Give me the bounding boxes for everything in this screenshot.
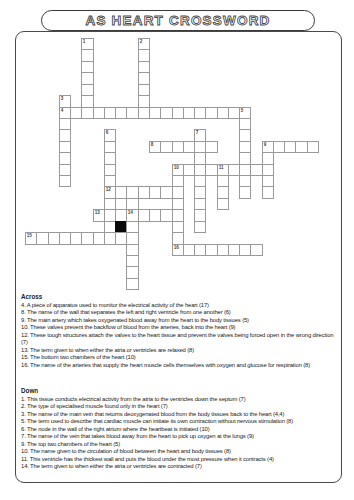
cell-number: 13 [95, 210, 100, 215]
across-clue: 15. The bottom two chambers of the heart… [21, 354, 341, 362]
down-clue: 7. The name of the vein that takes blood… [21, 433, 341, 441]
grid-cell[interactable] [205, 141, 218, 153]
across-clue: 13. The term given to when either the at… [21, 347, 341, 355]
across-header: Across [21, 293, 341, 301]
crossword-grid: 12345678910111213141516 [0, 0, 354, 300]
across-clue: 10. These valves prevent the backflow of… [21, 324, 341, 332]
cell-number: 14 [128, 210, 133, 215]
down-clue: 2. The type of specialised muscle found … [21, 403, 341, 411]
down-clue: 11. This ventricle has the thickest wall… [21, 456, 341, 464]
page: AS HEART CROSSWORD 123456789101112131415… [0, 0, 354, 500]
cell-number: 7 [196, 130, 198, 135]
grid-cell[interactable] [239, 186, 251, 199]
cell-number: 5 [241, 108, 243, 113]
cell-number: 12 [106, 187, 111, 192]
cell-number: 2 [140, 39, 142, 44]
across-clue: 4. A piece of apparatus used to monitor … [21, 302, 341, 310]
across-clue: 9. The main artery which takes oxygenate… [21, 317, 341, 325]
across-clue: 8. The name of the wall that separates t… [21, 309, 341, 317]
cell-number: 15 [27, 233, 32, 238]
across-clue: 12. These tough structures attach the va… [21, 332, 341, 347]
across-clue-list: 4. A piece of apparatus used to monitor … [21, 302, 341, 370]
down-clue-list: 1. This tissue conducts electrical activ… [21, 396, 341, 471]
down-clue: 9. The top two chambers of the heart (5) [21, 441, 341, 449]
cell-number: 9 [264, 142, 266, 147]
cell-number: 10 [174, 165, 179, 170]
cell-number: 8 [151, 142, 153, 147]
grid-cell[interactable] [307, 141, 319, 153]
cell-number: 1 [83, 39, 85, 44]
down-header: Down [21, 387, 341, 395]
down-clue: 14. The term given to when either the at… [21, 463, 341, 471]
grid-cell[interactable] [59, 175, 71, 187]
down-clue: 3. The name of the main vein that return… [21, 411, 341, 419]
grid-cell[interactable] [217, 198, 229, 210]
cell-number: 6 [106, 130, 108, 135]
cell-number: 3 [61, 96, 63, 101]
across-clue: 16. The name of the arteries that supply… [21, 362, 341, 370]
down-clue: 5. The term used to describe that cardia… [21, 418, 341, 426]
grid-cell[interactable] [126, 278, 139, 290]
down-section: Down 1. This tissue conducts electrical … [21, 387, 341, 471]
grid-cell[interactable] [262, 186, 274, 199]
down-clue: 10. The name given to the circulation of… [21, 448, 341, 456]
cell-number: 16 [174, 245, 179, 250]
down-clue: 6. The node in the wall of the right atr… [21, 426, 341, 434]
across-section: Across 4. A piece of apparatus used to m… [21, 293, 341, 369]
grid-cell[interactable] [250, 244, 263, 256]
down-clue: 1. This tissue conducts electrical activ… [21, 396, 341, 404]
grid-cell[interactable] [194, 221, 206, 233]
cell-number: 4 [61, 108, 63, 113]
cell-number: 11 [219, 165, 223, 170]
